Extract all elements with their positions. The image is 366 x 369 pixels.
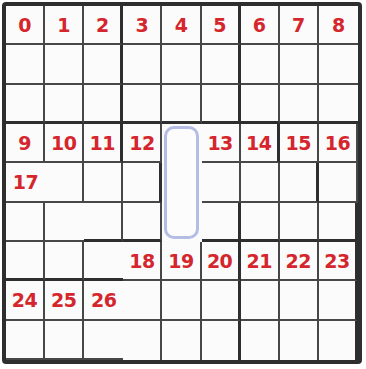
cell-r9-c2-empty[interactable] (162, 321, 201, 360)
cell-r3-c9-empty[interactable] (319, 85, 358, 124)
cell-r4-c2-number-10[interactable]: 10 (45, 124, 84, 163)
cell-r7-c2-number-19[interactable]: 19 (162, 242, 201, 281)
cell-r6-c2-empty[interactable] (123, 203, 162, 242)
cell-r8-c2-empty[interactable] (162, 281, 201, 320)
cell-r4-c1-number-9[interactable]: 9 (6, 124, 45, 163)
cell-r6-c8-empty[interactable] (45, 242, 84, 281)
number-chart-page: 0123456789101112131415161718192021222324… (0, 0, 366, 369)
cell-r8-c4-empty[interactable] (241, 281, 280, 320)
cell-r6-c1-empty[interactable] (84, 203, 123, 242)
cell-r3-c3-empty[interactable] (84, 85, 123, 124)
cell-r7-c1-number-18[interactable]: 18 (123, 242, 162, 281)
cell-r5-c7-empty[interactable] (319, 163, 358, 202)
cell-r1-c6-number-5[interactable]: 5 (202, 6, 241, 45)
cell-r5-c6-empty[interactable] (280, 163, 319, 202)
cell-r7-c8-number-25[interactable]: 25 (45, 281, 84, 320)
cell-r3-c7-empty[interactable] (241, 85, 280, 124)
cell-r2-c5-empty[interactable] (162, 45, 201, 84)
cell-r1-c1-number-0[interactable]: 0 (6, 6, 45, 45)
cell-r8-c1-empty[interactable] (123, 281, 162, 320)
cell-r1-c3-number-2[interactable]: 2 (84, 6, 123, 45)
cell-r6-c5-empty[interactable] (280, 203, 319, 242)
cell-r4-c6-number-14[interactable]: 14 (241, 124, 280, 163)
cell-r3-c4-empty[interactable] (123, 85, 162, 124)
cell-r9-c3-empty[interactable] (202, 321, 241, 360)
cell-r8-c3-empty[interactable] (202, 281, 241, 320)
cell-r7-c5-number-22[interactable]: 22 (280, 242, 319, 281)
cell-r1-c5-number-4[interactable]: 4 (162, 6, 201, 45)
cell-r6-c7-empty[interactable] (6, 242, 45, 281)
cell-r2-c3-empty[interactable] (84, 45, 123, 84)
cell-r4-c9-number-17[interactable]: 17 (6, 163, 45, 202)
cell-r9-c5-empty[interactable] (280, 321, 319, 360)
cell-r5-c5-empty[interactable] (241, 163, 280, 202)
cell-r2-c6-empty[interactable] (202, 45, 241, 84)
cell-r3-c5-empty[interactable] (162, 85, 201, 124)
cell-r6-c9-empty[interactable] (84, 242, 123, 281)
cell-r4-c3-number-11[interactable]: 11 (84, 124, 123, 163)
cell-r5-c1-empty[interactable] (45, 163, 84, 202)
cell-r5-c3-empty[interactable] (123, 163, 162, 202)
cell-r2-c2-empty[interactable] (45, 45, 84, 84)
cell-r1-c2-number-1[interactable]: 1 (45, 6, 84, 45)
cell-r4-c8-number-16[interactable]: 16 (319, 124, 358, 163)
cell-r2-c7-empty[interactable] (241, 45, 280, 84)
cell-r9-c6-empty[interactable] (319, 321, 358, 360)
cell-r3-c8-empty[interactable] (280, 85, 319, 124)
cell-r9-c4-empty[interactable] (241, 321, 280, 360)
cell-r8-c5-empty[interactable] (280, 281, 319, 320)
cell-r2-c4-empty[interactable] (123, 45, 162, 84)
number-grid-board: 0123456789101112131415161718192021222324… (2, 2, 362, 364)
cell-r1-c7-number-6[interactable]: 6 (241, 6, 280, 45)
cell-r2-c1-empty[interactable] (6, 45, 45, 84)
cell-r4-c5-number-13[interactable]: 13 (202, 124, 241, 163)
cell-r6-c3-empty[interactable] (202, 203, 241, 242)
cell-r9-c1-empty[interactable] (123, 321, 162, 360)
cell-r7-c3-number-20[interactable]: 20 (202, 242, 241, 281)
cell-r5-c8-empty[interactable] (6, 203, 45, 242)
cell-r7-c6-number-23[interactable]: 23 (319, 242, 358, 281)
cell-r7-c9-number-26[interactable]: 26 (84, 281, 123, 320)
cell-r4-c4-number-12[interactable]: 12 (123, 124, 162, 163)
cell-r3-c1-empty[interactable] (6, 85, 45, 124)
cell-r4-c7-number-15[interactable]: 15 (280, 124, 319, 163)
cell-r6-c6-empty[interactable] (319, 203, 358, 242)
cell-r7-c4-number-21[interactable]: 21 (241, 242, 280, 281)
cell-r8-c7-empty[interactable] (6, 321, 45, 360)
selection-highlight-number-13 (164, 126, 198, 239)
cell-r1-c8-number-7[interactable]: 7 (280, 6, 319, 45)
cell-r5-c9-empty[interactable] (45, 203, 84, 242)
cell-r1-c4-number-3[interactable]: 3 (123, 6, 162, 45)
cell-r5-c4-empty[interactable] (202, 163, 241, 202)
cell-r3-c6-empty[interactable] (202, 85, 241, 124)
cell-r7-c7-number-24[interactable]: 24 (6, 281, 45, 320)
cell-r1-c9-number-8[interactable]: 8 (319, 6, 358, 45)
cell-r5-c2-empty[interactable] (84, 163, 123, 202)
cell-r8-c8-empty[interactable] (45, 321, 84, 360)
cell-r8-c6-empty[interactable] (319, 281, 358, 320)
cell-r2-c9-empty[interactable] (319, 45, 358, 84)
cell-r8-c9-empty[interactable] (84, 321, 123, 360)
cell-r6-c4-empty[interactable] (241, 203, 280, 242)
cell-r3-c2-empty[interactable] (45, 85, 84, 124)
cell-r2-c8-empty[interactable] (280, 45, 319, 84)
